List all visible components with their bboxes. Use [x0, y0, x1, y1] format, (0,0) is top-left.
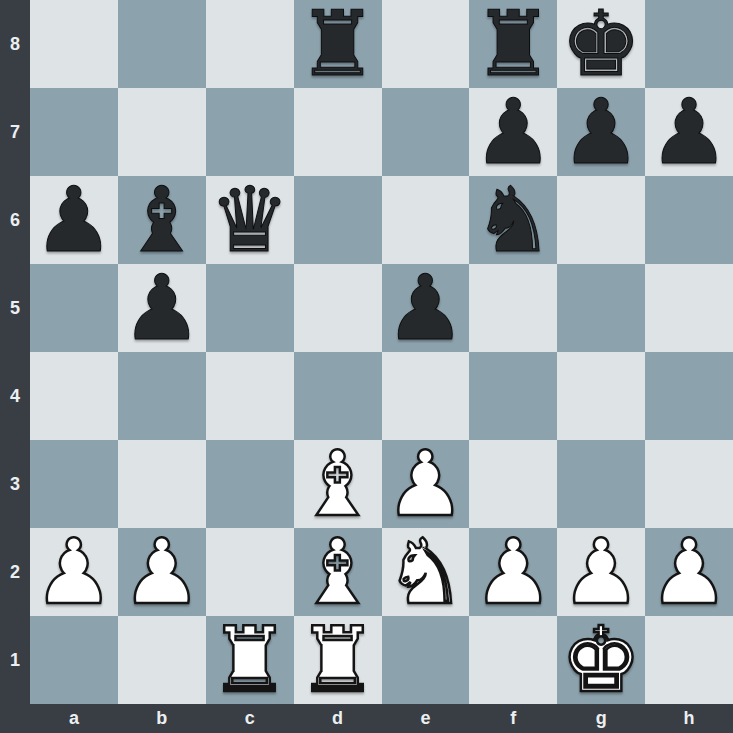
piece-white-knight[interactable]: ♞	[385, 528, 466, 616]
rank-label-5: 5	[0, 264, 30, 352]
piece-white-pawn[interactable]: ♟	[385, 440, 466, 528]
piece-white-pawn[interactable]: ♟	[473, 528, 554, 616]
square-e3[interactable]: ♟	[382, 440, 470, 528]
square-c8[interactable]	[206, 0, 294, 88]
square-g3[interactable]	[557, 440, 645, 528]
piece-white-bishop[interactable]: ♝	[297, 528, 378, 616]
square-h3[interactable]	[645, 440, 733, 528]
square-d3[interactable]: ♝	[294, 440, 382, 528]
piece-black-knight[interactable]: ♞	[473, 176, 554, 264]
square-g2[interactable]: ♟	[557, 528, 645, 616]
square-g4[interactable]	[557, 352, 645, 440]
square-h8[interactable]	[645, 0, 733, 88]
piece-black-pawn[interactable]: ♟	[385, 264, 466, 352]
piece-black-rook[interactable]: ♜	[297, 0, 378, 88]
square-g7[interactable]: ♟	[557, 88, 645, 176]
square-f3[interactable]	[469, 440, 557, 528]
file-label-e: e	[382, 704, 470, 733]
piece-black-bishop[interactable]: ♝	[121, 176, 202, 264]
piece-black-rook[interactable]: ♜	[473, 0, 554, 88]
piece-white-rook[interactable]: ♜	[297, 616, 378, 704]
square-c4[interactable]	[206, 352, 294, 440]
square-h4[interactable]	[645, 352, 733, 440]
rank-label-3: 3	[0, 440, 30, 528]
file-label-c: c	[206, 704, 294, 733]
file-label-h: h	[645, 704, 733, 733]
piece-white-king[interactable]: ♚	[561, 616, 642, 704]
square-b8[interactable]	[118, 0, 206, 88]
square-a6[interactable]: ♟	[30, 176, 118, 264]
piece-black-pawn[interactable]: ♟	[473, 88, 554, 176]
file-label-f: f	[469, 704, 557, 733]
piece-white-bishop[interactable]: ♝	[297, 440, 378, 528]
square-b7[interactable]	[118, 88, 206, 176]
square-b5[interactable]: ♟	[118, 264, 206, 352]
square-b4[interactable]	[118, 352, 206, 440]
square-f4[interactable]	[469, 352, 557, 440]
file-label-a: a	[30, 704, 118, 733]
square-b1[interactable]	[118, 616, 206, 704]
file-label-g: g	[557, 704, 645, 733]
file-label-b: b	[118, 704, 206, 733]
square-h2[interactable]: ♟	[645, 528, 733, 616]
rank-label-4: 4	[0, 352, 30, 440]
square-a7[interactable]	[30, 88, 118, 176]
square-f5[interactable]	[469, 264, 557, 352]
square-h1[interactable]	[645, 616, 733, 704]
square-b6[interactable]: ♝	[118, 176, 206, 264]
file-label-d: d	[294, 704, 382, 733]
square-d6[interactable]	[294, 176, 382, 264]
square-c5[interactable]	[206, 264, 294, 352]
board-corner	[0, 704, 30, 733]
square-g1[interactable]: ♚	[557, 616, 645, 704]
square-f1[interactable]	[469, 616, 557, 704]
square-a4[interactable]	[30, 352, 118, 440]
square-a8[interactable]	[30, 0, 118, 88]
rank-label-6: 6	[0, 176, 30, 264]
square-e7[interactable]	[382, 88, 470, 176]
piece-black-pawn[interactable]: ♟	[121, 264, 202, 352]
piece-black-king[interactable]: ♚	[561, 0, 642, 88]
square-c2[interactable]	[206, 528, 294, 616]
piece-black-pawn[interactable]: ♟	[649, 88, 730, 176]
square-a2[interactable]: ♟	[30, 528, 118, 616]
square-h6[interactable]	[645, 176, 733, 264]
piece-black-pawn[interactable]: ♟	[561, 88, 642, 176]
square-c6[interactable]: ♛	[206, 176, 294, 264]
piece-black-pawn[interactable]: ♟	[34, 176, 115, 264]
square-f6[interactable]: ♞	[469, 176, 557, 264]
square-g8[interactable]: ♚	[557, 0, 645, 88]
piece-black-queen[interactable]: ♛	[209, 176, 290, 264]
square-e4[interactable]	[382, 352, 470, 440]
chess-board: 8♜♜♚7♟♟♟6♟♝♛♞5♟♟43♝♟2♟♟♝♞♟♟♟1♜♜♚abcdefgh	[0, 0, 733, 733]
piece-white-pawn[interactable]: ♟	[561, 528, 642, 616]
square-e1[interactable]	[382, 616, 470, 704]
square-d5[interactable]	[294, 264, 382, 352]
square-e8[interactable]	[382, 0, 470, 88]
square-b3[interactable]	[118, 440, 206, 528]
square-d4[interactable]	[294, 352, 382, 440]
square-f7[interactable]: ♟	[469, 88, 557, 176]
square-c3[interactable]	[206, 440, 294, 528]
square-g6[interactable]	[557, 176, 645, 264]
square-e6[interactable]	[382, 176, 470, 264]
square-e5[interactable]: ♟	[382, 264, 470, 352]
rank-label-8: 8	[0, 0, 30, 88]
square-d7[interactable]	[294, 88, 382, 176]
square-e2[interactable]: ♞	[382, 528, 470, 616]
piece-white-pawn[interactable]: ♟	[649, 528, 730, 616]
rank-label-7: 7	[0, 88, 30, 176]
square-g5[interactable]	[557, 264, 645, 352]
square-d1[interactable]: ♜	[294, 616, 382, 704]
square-h7[interactable]: ♟	[645, 88, 733, 176]
square-d2[interactable]: ♝	[294, 528, 382, 616]
piece-white-pawn[interactable]: ♟	[121, 528, 202, 616]
square-f8[interactable]: ♜	[469, 0, 557, 88]
rank-label-2: 2	[0, 528, 30, 616]
square-c7[interactable]	[206, 88, 294, 176]
square-a3[interactable]	[30, 440, 118, 528]
square-d8[interactable]: ♜	[294, 0, 382, 88]
square-h5[interactable]	[645, 264, 733, 352]
piece-white-rook[interactable]: ♜	[209, 616, 290, 704]
square-f2[interactable]: ♟	[469, 528, 557, 616]
square-c1[interactable]: ♜	[206, 616, 294, 704]
rank-label-1: 1	[0, 616, 30, 704]
square-a5[interactable]	[30, 264, 118, 352]
square-a1[interactable]	[30, 616, 118, 704]
piece-white-pawn[interactable]: ♟	[34, 528, 115, 616]
square-b2[interactable]: ♟	[118, 528, 206, 616]
